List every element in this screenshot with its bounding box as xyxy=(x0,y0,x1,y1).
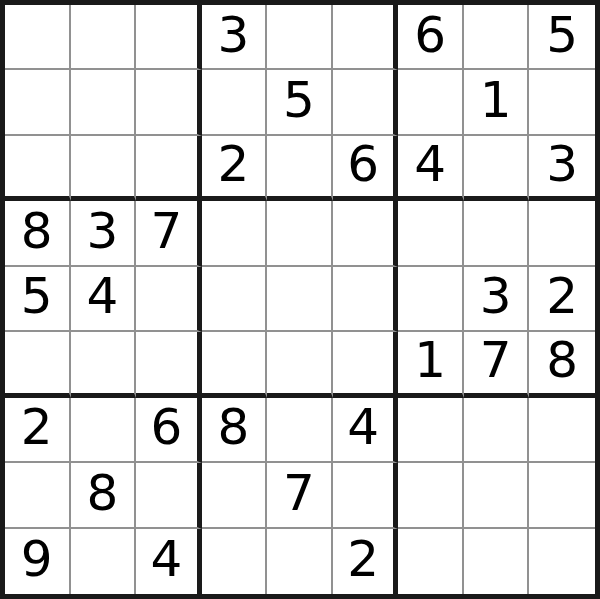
cell-r1c8[interactable] xyxy=(464,5,530,70)
cell-r6c5[interactable] xyxy=(267,332,333,397)
cell-r8c2[interactable]: 8 xyxy=(71,463,137,528)
cell-r7c4[interactable]: 8 xyxy=(202,398,268,463)
cell-r6c7[interactable]: 1 xyxy=(398,332,464,397)
cell-r1c5[interactable] xyxy=(267,5,333,70)
cell-r5c2[interactable]: 4 xyxy=(71,267,137,332)
cell-r4c7[interactable] xyxy=(398,201,464,266)
cell-r1c4[interactable]: 3 xyxy=(202,5,268,70)
cell-r6c3[interactable] xyxy=(136,332,202,397)
cell-r2c5[interactable]: 5 xyxy=(267,70,333,135)
cell-r5c6[interactable] xyxy=(333,267,399,332)
cell-r7c5[interactable] xyxy=(267,398,333,463)
cell-r2c6[interactable] xyxy=(333,70,399,135)
cell-r4c4[interactable] xyxy=(202,201,268,266)
cell-r1c1[interactable] xyxy=(5,5,71,70)
cell-r8c6[interactable] xyxy=(333,463,399,528)
cell-r3c6[interactable]: 6 xyxy=(333,136,399,201)
cell-r5c8[interactable]: 3 xyxy=(464,267,530,332)
cell-r4c1[interactable]: 8 xyxy=(5,201,71,266)
cell-r9c5[interactable] xyxy=(267,529,333,594)
cell-r2c2[interactable] xyxy=(71,70,137,135)
cell-r6c9[interactable]: 8 xyxy=(529,332,595,397)
cell-r2c4[interactable] xyxy=(202,70,268,135)
cell-r3c9[interactable]: 3 xyxy=(529,136,595,201)
cell-r3c3[interactable] xyxy=(136,136,202,201)
cell-r5c1[interactable]: 5 xyxy=(5,267,71,332)
cell-r1c2[interactable] xyxy=(71,5,137,70)
cell-r2c3[interactable] xyxy=(136,70,202,135)
cell-r6c8[interactable]: 7 xyxy=(464,332,530,397)
cell-r1c7[interactable]: 6 xyxy=(398,5,464,70)
cell-r3c7[interactable]: 4 xyxy=(398,136,464,201)
cell-r3c1[interactable] xyxy=(5,136,71,201)
cell-r7c3[interactable]: 6 xyxy=(136,398,202,463)
cell-r3c4[interactable]: 2 xyxy=(202,136,268,201)
cell-r8c7[interactable] xyxy=(398,463,464,528)
cell-r2c7[interactable] xyxy=(398,70,464,135)
cell-r4c5[interactable] xyxy=(267,201,333,266)
cell-r9c9[interactable] xyxy=(529,529,595,594)
cell-r1c3[interactable] xyxy=(136,5,202,70)
cell-r8c9[interactable] xyxy=(529,463,595,528)
sudoku-board: 3655126438375432178268487942 xyxy=(0,0,600,599)
cell-r4c9[interactable] xyxy=(529,201,595,266)
cell-r5c4[interactable] xyxy=(202,267,268,332)
cell-r9c4[interactable] xyxy=(202,529,268,594)
cell-r4c3[interactable]: 7 xyxy=(136,201,202,266)
cell-r2c1[interactable] xyxy=(5,70,71,135)
cell-r5c7[interactable] xyxy=(398,267,464,332)
cell-r8c3[interactable] xyxy=(136,463,202,528)
cell-r2c9[interactable] xyxy=(529,70,595,135)
cell-r9c3[interactable]: 4 xyxy=(136,529,202,594)
cell-r3c2[interactable] xyxy=(71,136,137,201)
cell-r6c2[interactable] xyxy=(71,332,137,397)
cell-r7c2[interactable] xyxy=(71,398,137,463)
cell-r7c7[interactable] xyxy=(398,398,464,463)
cell-r7c9[interactable] xyxy=(529,398,595,463)
cell-r7c8[interactable] xyxy=(464,398,530,463)
cell-r3c8[interactable] xyxy=(464,136,530,201)
cell-r5c3[interactable] xyxy=(136,267,202,332)
cell-r8c8[interactable] xyxy=(464,463,530,528)
cell-r6c4[interactable] xyxy=(202,332,268,397)
cell-r7c1[interactable]: 2 xyxy=(5,398,71,463)
cell-r3c5[interactable] xyxy=(267,136,333,201)
cell-r1c6[interactable] xyxy=(333,5,399,70)
cell-r5c5[interactable] xyxy=(267,267,333,332)
cell-r9c2[interactable] xyxy=(71,529,137,594)
cell-r9c6[interactable]: 2 xyxy=(333,529,399,594)
cell-r4c6[interactable] xyxy=(333,201,399,266)
cell-r9c7[interactable] xyxy=(398,529,464,594)
cell-r8c5[interactable]: 7 xyxy=(267,463,333,528)
cell-r4c8[interactable] xyxy=(464,201,530,266)
cell-r4c2[interactable]: 3 xyxy=(71,201,137,266)
cell-r8c4[interactable] xyxy=(202,463,268,528)
cell-r9c8[interactable] xyxy=(464,529,530,594)
cell-r6c1[interactable] xyxy=(5,332,71,397)
cell-r9c1[interactable]: 9 xyxy=(5,529,71,594)
cell-r1c9[interactable]: 5 xyxy=(529,5,595,70)
cell-r8c1[interactable] xyxy=(5,463,71,528)
cell-r5c9[interactable]: 2 xyxy=(529,267,595,332)
cell-r7c6[interactable]: 4 xyxy=(333,398,399,463)
cell-r2c8[interactable]: 1 xyxy=(464,70,530,135)
cell-r6c6[interactable] xyxy=(333,332,399,397)
